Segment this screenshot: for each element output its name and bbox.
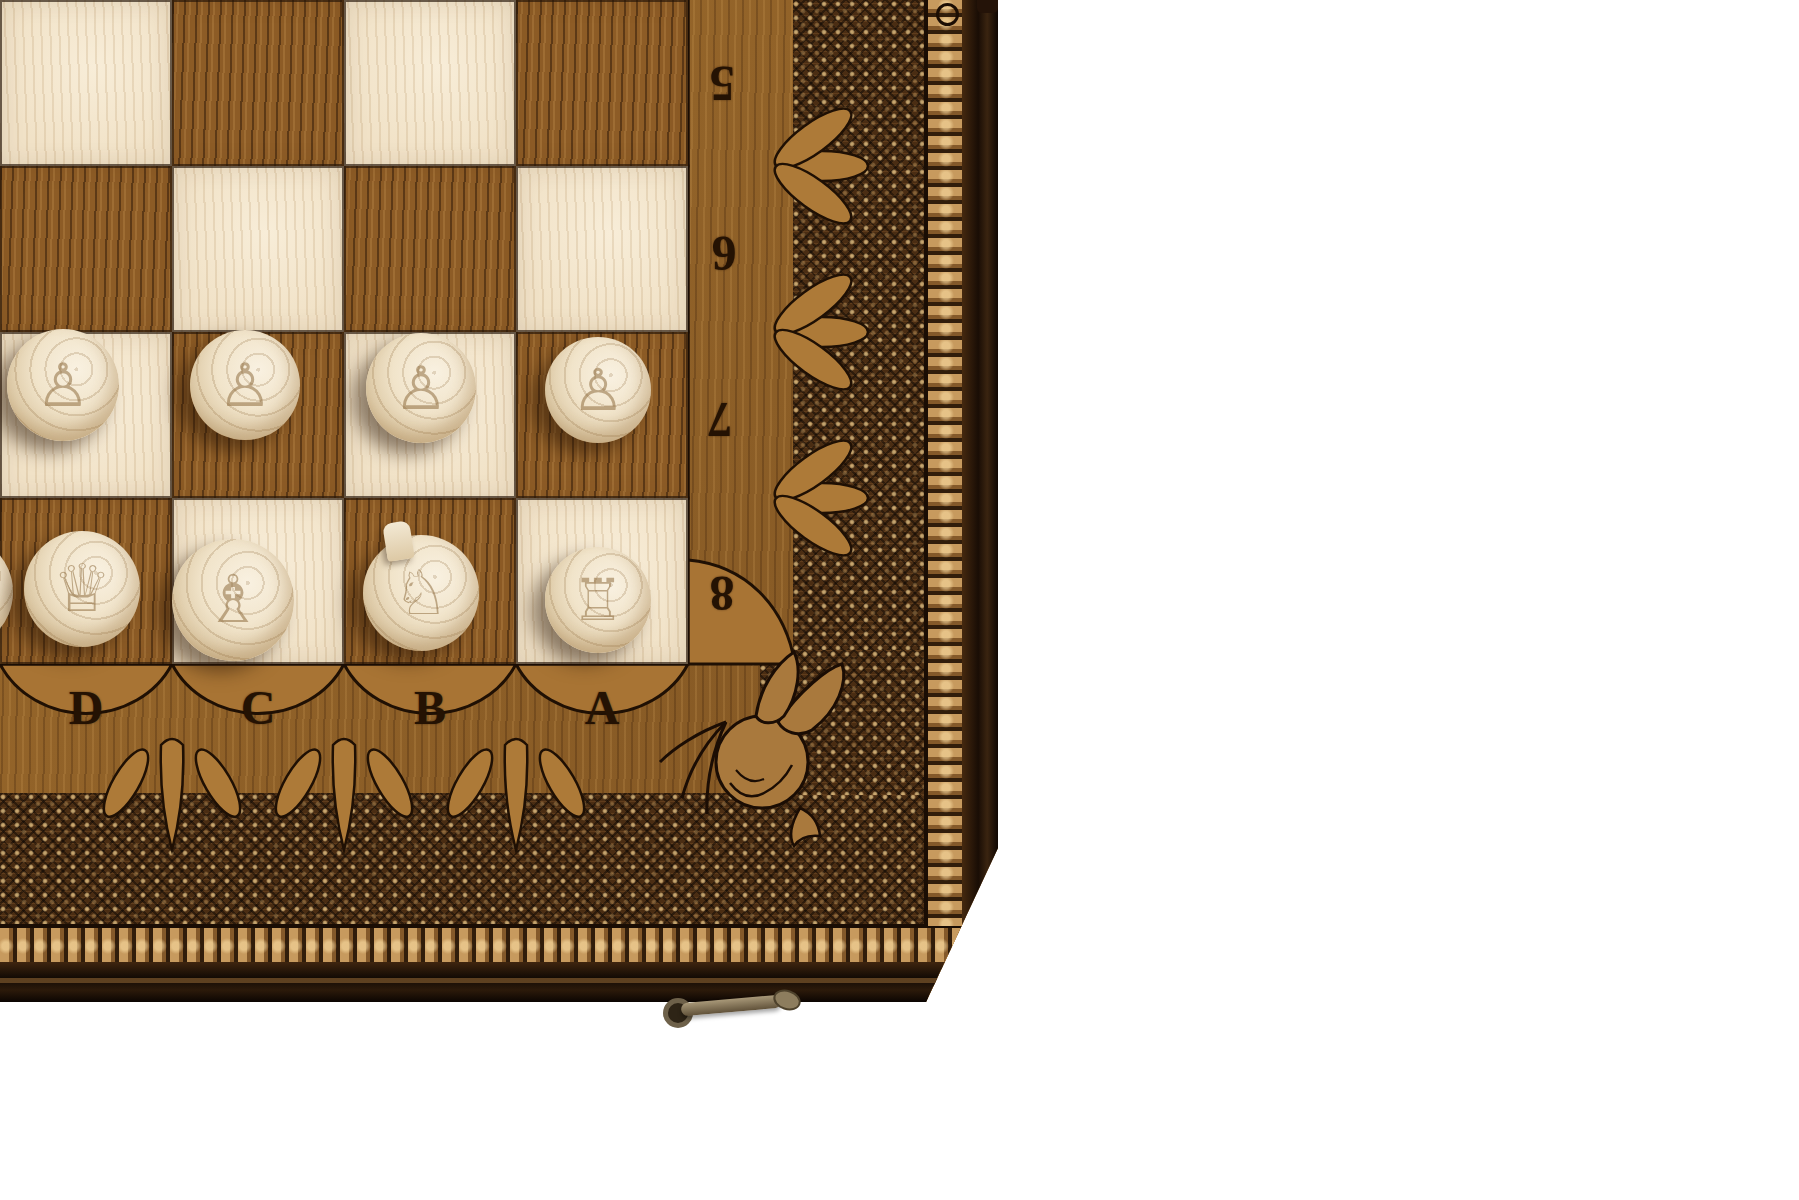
square-a6[interactable] bbox=[516, 166, 688, 332]
piece-white-pawn-b7[interactable]: ♙ bbox=[366, 333, 476, 443]
file-label-c: C bbox=[172, 680, 344, 735]
piece-white-bishop-c8[interactable]: ♗ bbox=[172, 539, 294, 661]
clasp-tip-icon bbox=[771, 986, 804, 1014]
square-b6[interactable] bbox=[344, 166, 516, 332]
hinge-icon bbox=[977, 0, 998, 13]
square-d6[interactable] bbox=[0, 166, 172, 332]
file-label-d: D bbox=[0, 680, 172, 735]
rank-label-5: 5 bbox=[692, 55, 752, 113]
rank-label-6: 6 bbox=[694, 225, 754, 283]
square-d5[interactable] bbox=[0, 0, 172, 166]
rim-highlight-line bbox=[0, 978, 1002, 983]
box-rim-right bbox=[962, 0, 998, 1002]
carved-texture-bottom bbox=[0, 793, 928, 928]
rank-label-7: 7 bbox=[690, 391, 750, 449]
square-c5[interactable] bbox=[172, 0, 344, 166]
file-label-a: A bbox=[516, 680, 688, 735]
bead-band-bottom bbox=[0, 926, 1002, 964]
clasp[interactable] bbox=[655, 982, 810, 1034]
carved-texture-corner bbox=[760, 650, 928, 795]
photo-canvas: 5 6 7 8 D C B A ♙ ♙ ♙ ♙ ♔ ♕ ♗ bbox=[0, 0, 1799, 1200]
rank-label-8: 8 bbox=[692, 565, 752, 623]
piece-white-knight-b8[interactable]: ♘ bbox=[363, 535, 479, 651]
square-a5[interactable] bbox=[516, 0, 688, 166]
chessboard-corner: 5 6 7 8 D C B A ♙ ♙ ♙ ♙ ♔ ♕ ♗ bbox=[0, 0, 998, 1002]
piece-white-pawn-d7[interactable]: ♙ bbox=[7, 329, 119, 441]
piece-white-pawn-c7[interactable]: ♙ bbox=[190, 330, 300, 440]
clasp-bar-icon bbox=[681, 995, 782, 1017]
screw-icon bbox=[936, 3, 959, 26]
piece-white-pawn-a7[interactable]: ♙ bbox=[545, 337, 651, 443]
bead-band-right bbox=[926, 0, 964, 1002]
piece-white-queen-d8[interactable]: ♕ bbox=[24, 531, 140, 647]
file-label-b: B bbox=[344, 680, 516, 735]
square-b5[interactable] bbox=[344, 0, 516, 166]
square-c6[interactable] bbox=[172, 166, 344, 332]
piece-white-rook-a8[interactable]: ♖ bbox=[545, 547, 651, 653]
